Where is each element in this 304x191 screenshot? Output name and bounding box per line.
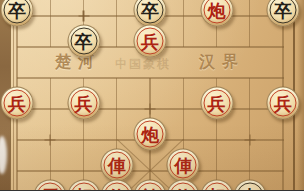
piece-red-d9[interactable]: 仕 bbox=[100, 180, 133, 191]
board-right-edge bbox=[297, 0, 304, 190]
piece-red-c9[interactable]: 相 bbox=[67, 180, 100, 191]
piece-red-f9[interactable]: 仕 bbox=[167, 180, 200, 191]
piece-glyph: 卒 bbox=[8, 1, 26, 20]
piece-glyph: 俥 bbox=[174, 156, 192, 175]
piece-red-e4[interactable]: 兵 bbox=[134, 25, 167, 58]
piece-glyph: 車 bbox=[241, 187, 259, 191]
piece-glyph: 卒 bbox=[75, 32, 93, 51]
star-point bbox=[145, 104, 156, 115]
piece-black-h9[interactable]: 車 bbox=[233, 180, 266, 191]
piece-glyph: 帥 bbox=[141, 187, 159, 191]
river-label-han: 汉界 bbox=[199, 52, 245, 73]
piece-red-f8[interactable]: 俥 bbox=[167, 149, 200, 182]
piece-glyph: 炮 bbox=[141, 125, 159, 144]
piece-glyph: 兵 bbox=[141, 32, 159, 51]
piece-glyph: 兵 bbox=[75, 94, 93, 113]
piece-glyph: 兵 bbox=[208, 94, 226, 113]
piece-red-a6[interactable]: 兵 bbox=[1, 87, 34, 120]
piece-red-d8[interactable]: 俥 bbox=[100, 149, 133, 182]
star-point bbox=[78, 11, 89, 22]
piece-glyph: 兵 bbox=[8, 94, 26, 113]
piece-glyph: 兵 bbox=[274, 94, 292, 113]
piece-red-c6[interactable]: 兵 bbox=[67, 87, 100, 120]
grid-line bbox=[116, 0, 117, 47]
river-watermark: 中国象棋 bbox=[115, 56, 171, 73]
grid-line bbox=[50, 0, 51, 47]
piece-red-e7[interactable]: 炮 bbox=[134, 118, 167, 151]
xiangqi-board[interactable]: 楚河 中国象棋 汉界 卒卒炮卒卒兵兵兵兵兵炮俥俥馬相仕帥仕相車 bbox=[0, 0, 304, 190]
piece-glyph: 仕 bbox=[108, 187, 126, 191]
piece-glyph: 仕 bbox=[174, 187, 192, 191]
grid-line bbox=[249, 0, 250, 47]
piece-red-g3[interactable]: 炮 bbox=[200, 0, 233, 27]
piece-black-e3[interactable]: 卒 bbox=[134, 0, 167, 27]
piece-red-i6[interactable]: 兵 bbox=[267, 87, 300, 120]
grid-line bbox=[183, 0, 184, 47]
piece-glyph: 相 bbox=[75, 187, 93, 191]
piece-glyph: 馬 bbox=[41, 187, 59, 191]
piece-red-g6[interactable]: 兵 bbox=[200, 87, 233, 120]
star-point bbox=[244, 135, 255, 146]
piece-glyph: 俥 bbox=[108, 156, 126, 175]
piece-glyph: 相 bbox=[208, 187, 226, 191]
piece-black-c4[interactable]: 卒 bbox=[67, 25, 100, 58]
piece-glyph: 炮 bbox=[208, 1, 226, 20]
piece-red-b9[interactable]: 馬 bbox=[34, 180, 67, 191]
piece-black-a3[interactable]: 卒 bbox=[1, 0, 34, 27]
piece-glyph: 卒 bbox=[141, 1, 159, 20]
piece-red-g9[interactable]: 相 bbox=[200, 180, 233, 191]
piece-glyph: 卒 bbox=[274, 1, 292, 20]
star-point bbox=[45, 135, 56, 146]
